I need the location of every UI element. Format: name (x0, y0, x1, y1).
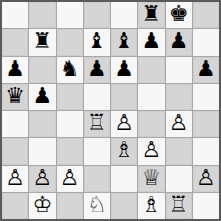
square-e8[interactable] (111, 2, 137, 28)
square-g5[interactable] (166, 84, 192, 110)
square-d7[interactable]: ♝ (84, 29, 110, 55)
square-c5[interactable] (57, 84, 83, 110)
square-d5[interactable] (84, 84, 110, 110)
square-c8[interactable] (57, 2, 83, 28)
square-a2[interactable]: ♙ (2, 166, 28, 192)
white-pawn: ♙ (142, 139, 162, 161)
square-b7[interactable]: ♜ (29, 29, 55, 55)
square-f8[interactable]: ♜ (138, 2, 164, 28)
black-rook: ♜ (142, 3, 162, 25)
square-f5[interactable] (138, 84, 164, 110)
black-pawn: ♟ (5, 58, 25, 80)
black-pawn: ♟ (169, 30, 189, 52)
square-d2[interactable] (84, 166, 110, 192)
black-pawn: ♟ (142, 30, 162, 52)
white-rook: ♖ (87, 112, 107, 134)
black-pawn: ♟ (33, 85, 53, 107)
square-h8[interactable] (193, 2, 219, 28)
square-h3[interactable] (193, 138, 219, 164)
white-knight: ♘ (87, 194, 107, 216)
chess-board-grid: ♜♚♜♝♝♟♟♟♞♟♟♟♛♟♖♙♙♗♙♙♙♙♕♙♔♘♗♖ (2, 2, 219, 219)
square-f1[interactable]: ♗ (138, 193, 164, 219)
square-c2[interactable]: ♙ (57, 166, 83, 192)
square-b6[interactable] (29, 57, 55, 83)
square-b8[interactable] (29, 2, 55, 28)
square-c3[interactable] (57, 138, 83, 164)
square-c4[interactable] (57, 111, 83, 137)
square-g6[interactable] (166, 57, 192, 83)
square-f3[interactable]: ♙ (138, 138, 164, 164)
square-h1[interactable] (193, 193, 219, 219)
square-b3[interactable] (29, 138, 55, 164)
square-h6[interactable]: ♟ (193, 57, 219, 83)
square-e2[interactable] (111, 166, 137, 192)
square-e7[interactable]: ♝ (111, 29, 137, 55)
white-pawn: ♙ (33, 167, 53, 189)
square-g2[interactable] (166, 166, 192, 192)
square-h7[interactable] (193, 29, 219, 55)
square-c6[interactable]: ♞ (57, 57, 83, 83)
square-d8[interactable] (84, 2, 110, 28)
square-h2[interactable]: ♙ (193, 166, 219, 192)
square-a6[interactable]: ♟ (2, 57, 28, 83)
square-d1[interactable]: ♘ (84, 193, 110, 219)
black-rook: ♜ (33, 30, 53, 52)
square-d6[interactable]: ♟ (84, 57, 110, 83)
black-bishop: ♝ (114, 30, 134, 52)
square-a4[interactable] (2, 111, 28, 137)
square-g3[interactable] (166, 138, 192, 164)
square-c1[interactable] (57, 193, 83, 219)
square-b1[interactable]: ♔ (29, 193, 55, 219)
square-b2[interactable]: ♙ (29, 166, 55, 192)
white-pawn: ♙ (169, 112, 189, 134)
white-bishop: ♗ (142, 194, 162, 216)
square-f7[interactable]: ♟ (138, 29, 164, 55)
square-e6[interactable]: ♟ (111, 57, 137, 83)
black-pawn: ♟ (196, 58, 216, 80)
square-e5[interactable] (111, 84, 137, 110)
square-a7[interactable] (2, 29, 28, 55)
square-g8[interactable]: ♚ (166, 2, 192, 28)
black-knight: ♞ (60, 58, 80, 80)
square-e4[interactable]: ♙ (111, 111, 137, 137)
square-d4[interactable]: ♖ (84, 111, 110, 137)
square-f6[interactable] (138, 57, 164, 83)
white-queen: ♕ (142, 167, 162, 189)
square-g1[interactable]: ♖ (166, 193, 192, 219)
white-pawn: ♙ (114, 112, 134, 134)
white-king: ♔ (33, 194, 53, 216)
square-f2[interactable]: ♕ (138, 166, 164, 192)
square-h5[interactable] (193, 84, 219, 110)
black-bishop: ♝ (87, 30, 107, 52)
chess-board: ♜♚♜♝♝♟♟♟♞♟♟♟♛♟♖♙♙♗♙♙♙♙♕♙♔♘♗♖ (0, 0, 221, 221)
square-e3[interactable]: ♗ (111, 138, 137, 164)
black-queen: ♛ (5, 85, 25, 107)
square-d3[interactable] (84, 138, 110, 164)
square-h4[interactable] (193, 111, 219, 137)
white-bishop: ♗ (114, 139, 134, 161)
square-a8[interactable] (2, 2, 28, 28)
square-g7[interactable]: ♟ (166, 29, 192, 55)
black-pawn: ♟ (87, 58, 107, 80)
white-pawn: ♙ (5, 167, 25, 189)
square-f4[interactable] (138, 111, 164, 137)
square-b4[interactable] (29, 111, 55, 137)
square-b5[interactable]: ♟ (29, 84, 55, 110)
white-pawn: ♙ (196, 167, 216, 189)
square-a3[interactable] (2, 138, 28, 164)
white-rook: ♖ (169, 194, 189, 216)
square-e1[interactable] (111, 193, 137, 219)
black-king: ♚ (169, 3, 189, 25)
white-pawn: ♙ (60, 167, 80, 189)
square-a5[interactable]: ♛ (2, 84, 28, 110)
square-g4[interactable]: ♙ (166, 111, 192, 137)
square-a1[interactable] (2, 193, 28, 219)
black-pawn: ♟ (114, 58, 134, 80)
square-c7[interactable] (57, 29, 83, 55)
